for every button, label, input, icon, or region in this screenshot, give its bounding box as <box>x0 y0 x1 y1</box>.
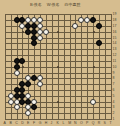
stone-white[interactable] <box>25 93 31 99</box>
go-board-app: B:佚名 W:佚名 白中盘胜 1918171615141312111098765… <box>0 0 120 126</box>
star-point <box>57 101 59 103</box>
stone-white[interactable] <box>14 104 20 110</box>
grid-line-vertical <box>87 14 88 120</box>
column-label: Q <box>92 121 95 125</box>
column-label: J <box>51 121 53 125</box>
row-label: 10 <box>113 65 117 69</box>
row-label: 5 <box>113 94 115 98</box>
caption-white-player: W:佚名 <box>47 1 60 9</box>
grid-line-vertical <box>70 14 71 120</box>
row-label: 1 <box>113 117 115 121</box>
stone-black[interactable] <box>31 40 37 46</box>
grid-line-vertical <box>64 14 65 120</box>
column-label: F <box>33 121 35 125</box>
row-label: 18 <box>113 18 117 22</box>
column-label: L <box>62 121 64 125</box>
row-label: 8 <box>113 76 115 80</box>
column-label: E <box>27 121 29 125</box>
star-point <box>22 66 24 68</box>
column-label: M <box>68 121 71 125</box>
caption-black-player: B:佚名 <box>30 1 42 9</box>
grid-line-vertical <box>99 14 100 120</box>
grid-line-vertical <box>75 14 76 120</box>
stone-black[interactable] <box>90 17 96 23</box>
row-label: 15 <box>113 36 117 40</box>
game-caption: B:佚名 W:佚名 白中盘胜 <box>30 1 120 9</box>
column-label: O <box>80 121 83 125</box>
row-label: 6 <box>113 88 115 92</box>
stone-black[interactable] <box>31 104 37 110</box>
row-label: 17 <box>113 24 117 28</box>
stone-black[interactable] <box>25 81 31 87</box>
row-label: 19 <box>113 12 117 16</box>
row-label: 4 <box>113 100 115 104</box>
stone-black[interactable] <box>96 23 102 29</box>
stone-white[interactable] <box>90 99 96 105</box>
column-label: R <box>98 121 101 125</box>
column-label: P <box>86 121 88 125</box>
stone-black[interactable] <box>19 58 25 64</box>
column-label: N <box>74 121 77 125</box>
stone-white[interactable] <box>37 81 43 87</box>
stone-black[interactable] <box>96 40 102 46</box>
stone-white[interactable] <box>8 99 14 105</box>
stone-white[interactable] <box>37 35 43 41</box>
stone-white[interactable] <box>8 93 14 99</box>
row-label: 14 <box>113 41 117 45</box>
grid-line-vertical <box>81 14 82 120</box>
stone-white[interactable] <box>37 23 43 29</box>
stone-white[interactable] <box>72 23 78 29</box>
column-label: S <box>104 121 106 125</box>
row-label: 7 <box>113 82 115 86</box>
stone-white[interactable] <box>43 29 49 35</box>
column-label: G <box>39 121 42 125</box>
grid-line-vertical <box>105 14 106 120</box>
grid-line-horizontal <box>5 107 112 108</box>
row-label: 13 <box>113 47 117 51</box>
row-label: 11 <box>113 59 117 63</box>
grid-line-horizontal <box>5 113 112 114</box>
column-label: T <box>110 121 112 125</box>
stone-white[interactable] <box>25 110 31 116</box>
stone-white[interactable] <box>14 70 20 76</box>
column-label: K <box>57 121 59 125</box>
grid-line-horizontal <box>5 78 112 79</box>
column-label: C <box>15 121 18 125</box>
row-label: 9 <box>113 71 115 75</box>
row-label: 2 <box>113 111 115 115</box>
caption-result: 白中盘胜 <box>65 1 81 9</box>
row-label: 3 <box>113 105 115 109</box>
column-label: D <box>21 121 24 125</box>
row-label: 12 <box>113 53 117 57</box>
column-label: A <box>4 121 6 125</box>
star-point <box>93 66 95 68</box>
star-point <box>57 66 59 68</box>
row-label: 16 <box>113 30 117 34</box>
stone-black[interactable] <box>14 64 20 70</box>
column-label: B <box>9 121 11 125</box>
grid-line-horizontal <box>5 73 112 74</box>
star-point <box>22 31 24 33</box>
column-label: H <box>45 121 48 125</box>
